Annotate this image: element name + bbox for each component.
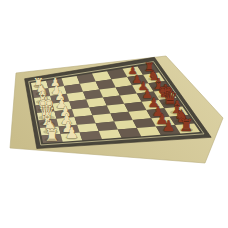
piece-black-rook-a8[interactable]: ♜ [179,116,193,135]
square-b4[interactable] [96,122,118,132]
piece-white-pawn-a2[interactable]: ♟ [65,124,78,142]
square-c4[interactable] [92,114,114,124]
square-a5[interactable] [118,128,141,138]
square-b3[interactable] [77,123,99,132]
scene-svg: ♜♟♞♟♟♜♝♟♟♞♚♟♟♝♛♟♟♚♝♟♟♛♞♟♟♝♜♟♟♞♟♜ [0,0,228,228]
piece-black-pawn-a7[interactable]: ♟ [162,117,175,134]
square-a3[interactable] [80,131,102,140]
square-a4[interactable] [99,130,122,139]
chess-set-photo: ♜♟♞♟♟♜♝♟♟♞♚♟♟♝♛♟♟♚♝♟♟♛♞♟♟♝♜♟♟♞♟♜ [0,0,228,228]
piece-white-rook-a1[interactable]: ♜ [44,125,59,145]
